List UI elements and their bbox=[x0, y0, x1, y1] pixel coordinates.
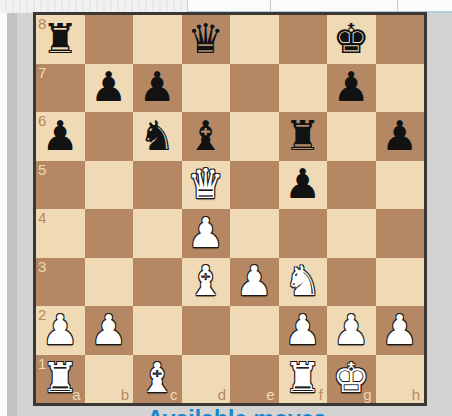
piece-white-knight[interactable]: ♞ bbox=[279, 258, 328, 307]
piece-white-pawn[interactable]: ♟ bbox=[85, 306, 134, 355]
piece-white-pawn[interactable]: ♟ bbox=[182, 209, 231, 258]
square-d3[interactable]: ♝ bbox=[182, 258, 231, 307]
rank-label: 7 bbox=[38, 65, 46, 80]
square-h2[interactable]: ♟ bbox=[376, 306, 425, 355]
piece-white-rook[interactable]: ♜ bbox=[279, 355, 328, 404]
square-a8[interactable]: 8♜ bbox=[36, 15, 85, 64]
piece-black-pawn[interactable]: ♟ bbox=[36, 112, 85, 161]
piece-white-rook[interactable]: ♜ bbox=[36, 355, 85, 404]
square-c3[interactable] bbox=[133, 258, 182, 307]
page: 8♜♛♚7♟♟♟6♟♞♝♜♟5♛♟4♟3♝♟♞2♟♟♟♟♟1a♜bc♝def♜g… bbox=[0, 0, 452, 416]
square-c1[interactable]: c♝ bbox=[133, 355, 182, 404]
square-e7[interactable] bbox=[230, 64, 279, 113]
square-h5[interactable] bbox=[376, 161, 425, 210]
square-g6[interactable] bbox=[327, 112, 376, 161]
file-label: e bbox=[266, 387, 274, 402]
square-e4[interactable] bbox=[230, 209, 279, 258]
piece-black-pawn[interactable]: ♟ bbox=[279, 161, 328, 210]
square-c5[interactable] bbox=[133, 161, 182, 210]
square-g1[interactable]: g♚ bbox=[327, 355, 376, 404]
available-moves-link[interactable]: Available moves bbox=[147, 406, 326, 416]
square-h1[interactable]: h bbox=[376, 355, 425, 404]
board-grid: 8♜♛♚7♟♟♟6♟♞♝♜♟5♛♟4♟3♝♟♞2♟♟♟♟♟1a♜bc♝def♜g… bbox=[36, 15, 424, 403]
piece-white-bishop[interactable]: ♝ bbox=[182, 258, 231, 307]
square-b7[interactable]: ♟ bbox=[85, 64, 134, 113]
square-a7[interactable]: 7 bbox=[36, 64, 85, 113]
square-f2[interactable]: ♟ bbox=[279, 306, 328, 355]
square-f1[interactable]: f♜ bbox=[279, 355, 328, 404]
piece-black-rook[interactable]: ♜ bbox=[279, 112, 328, 161]
piece-white-bishop[interactable]: ♝ bbox=[133, 355, 182, 404]
square-h8[interactable] bbox=[376, 15, 425, 64]
piece-white-pawn[interactable]: ♟ bbox=[36, 306, 85, 355]
square-d4[interactable]: ♟ bbox=[182, 209, 231, 258]
table-divider bbox=[397, 0, 398, 11]
chess-board: 8♜♛♚7♟♟♟6♟♞♝♜♟5♛♟4♟3♝♟♞2♟♟♟♟♟1a♜bc♝def♜g… bbox=[33, 12, 427, 406]
square-h4[interactable] bbox=[376, 209, 425, 258]
square-b3[interactable] bbox=[85, 258, 134, 307]
file-label: b bbox=[121, 387, 129, 402]
square-e1[interactable]: e bbox=[230, 355, 279, 404]
square-a6[interactable]: 6♟ bbox=[36, 112, 85, 161]
square-h6[interactable]: ♟ bbox=[376, 112, 425, 161]
rank-label: 5 bbox=[38, 162, 46, 177]
square-g5[interactable] bbox=[327, 161, 376, 210]
square-d2[interactable] bbox=[182, 306, 231, 355]
square-f6[interactable]: ♜ bbox=[279, 112, 328, 161]
rank-label: 3 bbox=[38, 259, 46, 274]
square-d7[interactable] bbox=[182, 64, 231, 113]
rank-label: 4 bbox=[38, 210, 46, 225]
square-g4[interactable] bbox=[327, 209, 376, 258]
square-a3[interactable]: 3 bbox=[36, 258, 85, 307]
table-divider bbox=[270, 0, 271, 11]
square-f8[interactable] bbox=[279, 15, 328, 64]
square-a5[interactable]: 5 bbox=[36, 161, 85, 210]
piece-black-bishop[interactable]: ♝ bbox=[182, 112, 231, 161]
piece-white-queen[interactable]: ♛ bbox=[182, 161, 231, 210]
square-b1[interactable]: b bbox=[85, 355, 134, 404]
square-h7[interactable] bbox=[376, 64, 425, 113]
piece-white-pawn[interactable]: ♟ bbox=[327, 306, 376, 355]
square-d8[interactable]: ♛ bbox=[182, 15, 231, 64]
square-g8[interactable]: ♚ bbox=[327, 15, 376, 64]
left-scrollbar[interactable] bbox=[7, 13, 17, 416]
file-label: h bbox=[412, 387, 420, 402]
piece-black-pawn[interactable]: ♟ bbox=[327, 64, 376, 113]
square-e2[interactable] bbox=[230, 306, 279, 355]
square-e3[interactable]: ♟ bbox=[230, 258, 279, 307]
square-e5[interactable] bbox=[230, 161, 279, 210]
square-e6[interactable] bbox=[230, 112, 279, 161]
square-d1[interactable]: d bbox=[182, 355, 231, 404]
square-a2[interactable]: 2♟ bbox=[36, 306, 85, 355]
square-c8[interactable] bbox=[133, 15, 182, 64]
square-h3[interactable] bbox=[376, 258, 425, 307]
square-a1[interactable]: 1a♜ bbox=[36, 355, 85, 404]
square-f5[interactable]: ♟ bbox=[279, 161, 328, 210]
piece-black-rook[interactable]: ♜ bbox=[36, 15, 85, 64]
piece-white-pawn[interactable]: ♟ bbox=[376, 306, 425, 355]
square-c7[interactable]: ♟ bbox=[133, 64, 182, 113]
window-left-edge bbox=[0, 13, 7, 416]
piece-black-pawn[interactable]: ♟ bbox=[133, 64, 182, 113]
square-b6[interactable] bbox=[85, 112, 134, 161]
square-c6[interactable]: ♞ bbox=[133, 112, 182, 161]
square-f3[interactable]: ♞ bbox=[279, 258, 328, 307]
square-b8[interactable] bbox=[85, 15, 134, 64]
square-f4[interactable] bbox=[279, 209, 328, 258]
square-c4[interactable] bbox=[133, 209, 182, 258]
square-g3[interactable] bbox=[327, 258, 376, 307]
square-c2[interactable] bbox=[133, 306, 182, 355]
piece-black-pawn[interactable]: ♟ bbox=[85, 64, 134, 113]
square-b4[interactable] bbox=[85, 209, 134, 258]
piece-white-king[interactable]: ♚ bbox=[327, 355, 376, 404]
piece-white-pawn[interactable]: ♟ bbox=[279, 306, 328, 355]
square-b2[interactable]: ♟ bbox=[85, 306, 134, 355]
piece-black-king[interactable]: ♚ bbox=[327, 15, 376, 64]
piece-white-pawn[interactable]: ♟ bbox=[230, 258, 279, 307]
square-g2[interactable]: ♟ bbox=[327, 306, 376, 355]
square-d6[interactable]: ♝ bbox=[182, 112, 231, 161]
file-label: d bbox=[218, 387, 226, 402]
piece-black-pawn[interactable]: ♟ bbox=[376, 112, 425, 161]
square-d5[interactable]: ♛ bbox=[182, 161, 231, 210]
square-a4[interactable]: 4 bbox=[36, 209, 85, 258]
piece-black-knight[interactable]: ♞ bbox=[133, 112, 182, 161]
square-e8[interactable] bbox=[230, 15, 279, 64]
square-f7[interactable] bbox=[279, 64, 328, 113]
piece-black-queen[interactable]: ♛ bbox=[182, 15, 231, 64]
square-g7[interactable]: ♟ bbox=[327, 64, 376, 113]
square-b5[interactable] bbox=[85, 161, 134, 210]
